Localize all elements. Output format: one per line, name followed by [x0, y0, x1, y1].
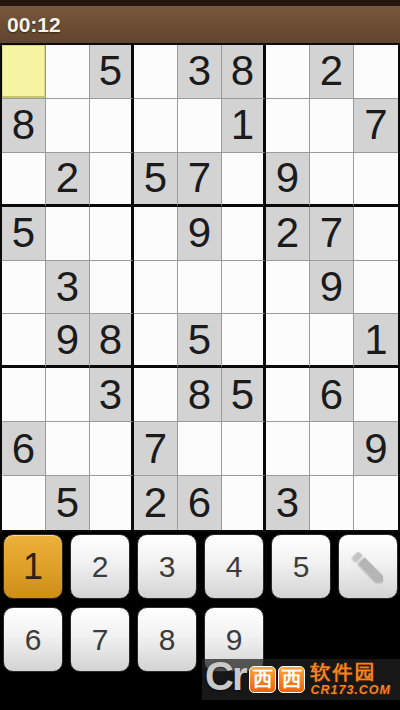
- keypad-button-5[interactable]: 5: [271, 534, 331, 599]
- cell-r3c2[interactable]: 2: [46, 153, 90, 207]
- cell-r5c2[interactable]: 3: [46, 261, 90, 315]
- cell-r3c4[interactable]: 5: [134, 153, 178, 207]
- cell-r4c5[interactable]: 9: [178, 207, 222, 261]
- cell-r7c3[interactable]: 3: [90, 368, 134, 422]
- sudoku-board: 53828172579592739985138566795263: [0, 43, 400, 532]
- cell-r6c6[interactable]: [222, 314, 266, 368]
- cell-r4c9[interactable]: [354, 207, 398, 261]
- watermark-logo: Cr: [205, 660, 245, 692]
- keypad-button-7[interactable]: 7: [70, 607, 130, 672]
- pencil-button[interactable]: [338, 534, 398, 599]
- cell-r9c4[interactable]: 2: [134, 476, 178, 530]
- cell-r9c7[interactable]: 3: [266, 476, 310, 530]
- keypad-button-2[interactable]: 2: [70, 534, 130, 599]
- keypad-button-4[interactable]: 4: [204, 534, 264, 599]
- cell-r2c4[interactable]: [134, 99, 178, 153]
- cell-r3c3[interactable]: [90, 153, 134, 207]
- cell-r7c7[interactable]: [266, 368, 310, 422]
- cell-r5c5[interactable]: [178, 261, 222, 315]
- cell-r2c5[interactable]: [178, 99, 222, 153]
- cell-r5c6[interactable]: [222, 261, 266, 315]
- cell-r1c7[interactable]: [266, 45, 310, 99]
- cell-r8c8[interactable]: [310, 422, 354, 476]
- cell-r3c1[interactable]: [2, 153, 46, 207]
- keypad-button-8[interactable]: 8: [137, 607, 197, 672]
- cell-r9c2[interactable]: 5: [46, 476, 90, 530]
- keypad-button-6[interactable]: 6: [3, 607, 63, 672]
- cell-r1c9[interactable]: [354, 45, 398, 99]
- cell-r5c9[interactable]: [354, 261, 398, 315]
- cell-r6c4[interactable]: [134, 314, 178, 368]
- cell-r9c3[interactable]: [90, 476, 134, 530]
- cell-r6c3[interactable]: 8: [90, 314, 134, 368]
- cell-r1c2[interactable]: [46, 45, 90, 99]
- cell-r9c5[interactable]: 6: [178, 476, 222, 530]
- cell-r4c8[interactable]: 7: [310, 207, 354, 261]
- cell-r9c6[interactable]: [222, 476, 266, 530]
- cell-r7c6[interactable]: 5: [222, 368, 266, 422]
- cell-r3c8[interactable]: [310, 153, 354, 207]
- cell-r3c5[interactable]: 7: [178, 153, 222, 207]
- cell-r4c4[interactable]: [134, 207, 178, 261]
- cell-r8c1[interactable]: 6: [2, 422, 46, 476]
- cell-r3c7[interactable]: 9: [266, 153, 310, 207]
- watermark-text-column: 软件园 CR173.COM: [310, 662, 391, 697]
- cell-r2c7[interactable]: [266, 99, 310, 153]
- cell-r6c8[interactable]: [310, 314, 354, 368]
- cell-r9c1[interactable]: [2, 476, 46, 530]
- cell-r6c5[interactable]: 5: [178, 314, 222, 368]
- cell-r1c6[interactable]: 8: [222, 45, 266, 99]
- cell-r8c9[interactable]: 9: [354, 422, 398, 476]
- cell-r8c2[interactable]: [46, 422, 90, 476]
- timer: 00:12: [0, 13, 61, 37]
- watermark-brand-tiles: 西西: [248, 665, 306, 694]
- cell-r7c9[interactable]: [354, 368, 398, 422]
- cell-r3c9[interactable]: [354, 153, 398, 207]
- keypad-row-1: 12345: [3, 534, 398, 599]
- keypad-button-1[interactable]: 1: [3, 534, 63, 599]
- cell-r4c6[interactable]: [222, 207, 266, 261]
- cell-r2c2[interactable]: [46, 99, 90, 153]
- cell-r6c2[interactable]: 9: [46, 314, 90, 368]
- cell-r2c9[interactable]: 7: [354, 99, 398, 153]
- title-bar: 00:12: [0, 0, 400, 43]
- cell-r4c2[interactable]: [46, 207, 90, 261]
- cell-r8c5[interactable]: [178, 422, 222, 476]
- cell-r1c3[interactable]: 5: [90, 45, 134, 99]
- cell-r4c1[interactable]: 5: [2, 207, 46, 261]
- cell-r2c1[interactable]: 8: [2, 99, 46, 153]
- cell-r7c1[interactable]: [2, 368, 46, 422]
- cell-r8c3[interactable]: [90, 422, 134, 476]
- keypad-button-3[interactable]: 3: [137, 534, 197, 599]
- cell-r1c8[interactable]: 2: [310, 45, 354, 99]
- cell-r7c2[interactable]: [46, 368, 90, 422]
- watermark-brand-tile-2: 西: [278, 666, 305, 693]
- cell-r6c9[interactable]: 1: [354, 314, 398, 368]
- watermark-brand-text: 软件园: [310, 662, 391, 682]
- watermark-site-url: CR173.COM: [310, 684, 391, 697]
- cell-r3c6[interactable]: [222, 153, 266, 207]
- cell-r2c3[interactable]: [90, 99, 134, 153]
- watermark: Cr 西西 软件园 CR173.COM: [202, 659, 400, 700]
- cell-r5c7[interactable]: [266, 261, 310, 315]
- cell-r5c1[interactable]: [2, 261, 46, 315]
- cell-r7c8[interactable]: 6: [310, 368, 354, 422]
- cell-r1c4[interactable]: [134, 45, 178, 99]
- cell-r5c3[interactable]: [90, 261, 134, 315]
- cell-r7c5[interactable]: 8: [178, 368, 222, 422]
- cell-r2c8[interactable]: [310, 99, 354, 153]
- cell-r5c8[interactable]: 9: [310, 261, 354, 315]
- cell-r2c6[interactable]: 1: [222, 99, 266, 153]
- cell-r8c6[interactable]: [222, 422, 266, 476]
- cell-r6c1[interactable]: [2, 314, 46, 368]
- pencil-icon: [348, 547, 388, 587]
- cell-r4c7[interactable]: 2: [266, 207, 310, 261]
- cell-r7c4[interactable]: [134, 368, 178, 422]
- cell-r1c1[interactable]: [2, 45, 46, 99]
- cell-r1c5[interactable]: 3: [178, 45, 222, 99]
- watermark-brand-tile-1: 西: [249, 666, 276, 693]
- cell-r8c4[interactable]: 7: [134, 422, 178, 476]
- cell-r4c3[interactable]: [90, 207, 134, 261]
- cell-r9c9[interactable]: [354, 476, 398, 530]
- cell-r5c4[interactable]: [134, 261, 178, 315]
- cell-r8c7[interactable]: [266, 422, 310, 476]
- cell-r6c7[interactable]: [266, 314, 310, 368]
- cell-r9c8[interactable]: [310, 476, 354, 530]
